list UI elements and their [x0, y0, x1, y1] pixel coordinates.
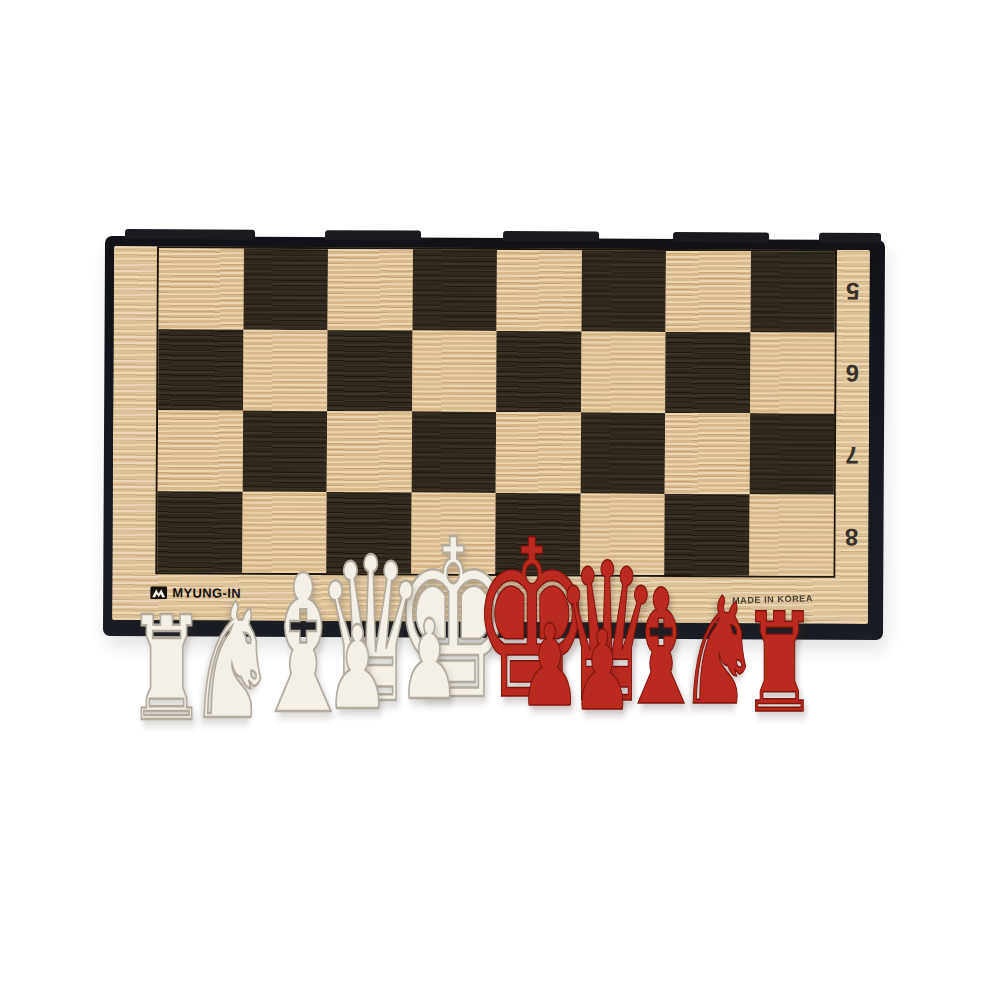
hinge-tab: [819, 233, 881, 243]
square-r0c6: [666, 251, 751, 332]
square-r3c4: [495, 493, 580, 574]
board-grid: [155, 246, 837, 578]
rank-label-7: 7: [845, 441, 859, 469]
square-r3c3: [411, 493, 496, 574]
square-r1c6: [665, 332, 750, 413]
square-r0c4: [497, 250, 582, 331]
square-r1c4: [496, 331, 581, 412]
brand-text: MYUNG-IN: [172, 585, 241, 600]
hinge-tab: [125, 229, 255, 240]
hinge-tab: [325, 230, 421, 241]
hinge-tab: [673, 232, 769, 243]
hinge-tab: [503, 231, 599, 242]
square-r3c0: [157, 491, 242, 572]
square-r3c6: [664, 494, 749, 575]
made-in-text: MADE IN KOREA: [732, 593, 813, 605]
square-r2c2: [327, 411, 412, 492]
square-r1c1: [243, 330, 328, 411]
myungin-logo-icon: [150, 586, 167, 599]
square-r2c1: [242, 411, 327, 492]
square-r0c5: [581, 250, 666, 331]
square-r0c7: [750, 251, 835, 332]
square-r3c1: [242, 492, 327, 573]
red-pawn-piece: ♟: [572, 627, 633, 715]
square-r2c3: [411, 412, 496, 493]
rank-label-5: 5: [846, 277, 860, 305]
board-face: 5678 MYUNG-IN MADE IN KOREA: [112, 246, 870, 624]
square-r3c2: [326, 492, 411, 573]
brand-mark: MYUNG-IN: [150, 584, 241, 601]
square-r3c5: [580, 493, 665, 574]
square-r2c5: [580, 412, 665, 493]
square-r2c7: [749, 413, 834, 494]
square-r1c0: [158, 329, 243, 410]
square-r1c2: [327, 330, 412, 411]
chess-board: 5678 MYUNG-IN MADE IN KOREA: [103, 236, 885, 640]
square-r0c3: [412, 250, 497, 331]
square-r2c6: [665, 413, 750, 494]
square-r1c7: [750, 332, 835, 413]
square-r0c0: [159, 248, 244, 329]
rank-label-8: 8: [845, 523, 859, 551]
square-r0c2: [328, 249, 413, 330]
rank-label-6: 6: [846, 359, 860, 387]
square-r2c0: [158, 410, 243, 491]
square-r0c1: [243, 249, 328, 330]
product-photo: 5678 MYUNG-IN MADE IN KOREA ♜♞♝♛♟♟♚♚♟♛♟♝…: [0, 0, 1000, 1000]
square-r1c3: [412, 331, 497, 412]
square-r1c5: [581, 331, 666, 412]
square-r2c4: [496, 412, 581, 493]
square-r3c7: [749, 494, 834, 575]
